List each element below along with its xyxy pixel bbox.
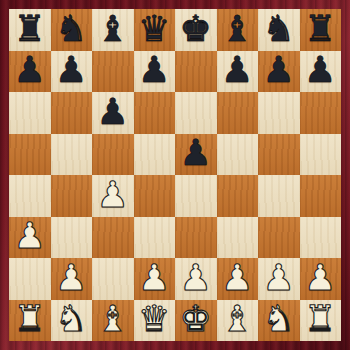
square-e4[interactable] bbox=[175, 175, 217, 217]
square-b5[interactable] bbox=[51, 134, 93, 176]
square-f1[interactable]: ♝ bbox=[217, 300, 259, 342]
piece-white-king: ♚ bbox=[180, 301, 212, 337]
square-e7[interactable] bbox=[175, 51, 217, 93]
square-f2[interactable]: ♟ bbox=[217, 258, 259, 300]
square-c7[interactable] bbox=[92, 51, 134, 93]
square-h1[interactable]: ♜ bbox=[300, 300, 342, 342]
square-a4[interactable] bbox=[9, 175, 51, 217]
piece-white-bishop: ♝ bbox=[221, 301, 253, 337]
square-h4[interactable] bbox=[300, 175, 342, 217]
square-a5[interactable] bbox=[9, 134, 51, 176]
piece-white-pawn: ♟ bbox=[55, 260, 87, 296]
piece-white-pawn: ♟ bbox=[14, 218, 46, 254]
square-d3[interactable] bbox=[134, 217, 176, 259]
square-f6[interactable] bbox=[217, 92, 259, 134]
piece-black-knight: ♞ bbox=[263, 11, 295, 47]
square-b8[interactable]: ♞ bbox=[51, 9, 93, 51]
square-g4[interactable] bbox=[258, 175, 300, 217]
piece-black-pawn: ♟ bbox=[138, 52, 170, 88]
piece-black-rook: ♜ bbox=[304, 11, 336, 47]
square-e3[interactable] bbox=[175, 217, 217, 259]
square-b3[interactable] bbox=[51, 217, 93, 259]
square-h5[interactable] bbox=[300, 134, 342, 176]
square-h7[interactable]: ♟ bbox=[300, 51, 342, 93]
piece-white-queen: ♛ bbox=[138, 301, 170, 337]
square-d5[interactable] bbox=[134, 134, 176, 176]
piece-white-pawn: ♟ bbox=[304, 260, 336, 296]
piece-black-pawn: ♟ bbox=[180, 135, 212, 171]
piece-white-knight: ♞ bbox=[55, 301, 87, 337]
piece-black-pawn: ♟ bbox=[221, 52, 253, 88]
square-f3[interactable] bbox=[217, 217, 259, 259]
square-c2[interactable] bbox=[92, 258, 134, 300]
square-c1[interactable]: ♝ bbox=[92, 300, 134, 342]
piece-black-bishop: ♝ bbox=[97, 11, 129, 47]
piece-black-pawn: ♟ bbox=[263, 52, 295, 88]
square-g5[interactable] bbox=[258, 134, 300, 176]
piece-black-knight: ♞ bbox=[55, 11, 87, 47]
piece-white-pawn: ♟ bbox=[263, 260, 295, 296]
square-c5[interactable] bbox=[92, 134, 134, 176]
square-a3[interactable]: ♟ bbox=[9, 217, 51, 259]
square-e6[interactable] bbox=[175, 92, 217, 134]
square-e5[interactable]: ♟ bbox=[175, 134, 217, 176]
square-d8[interactable]: ♛ bbox=[134, 9, 176, 51]
square-b2[interactable]: ♟ bbox=[51, 258, 93, 300]
square-a2[interactable] bbox=[9, 258, 51, 300]
square-c8[interactable]: ♝ bbox=[92, 9, 134, 51]
piece-black-king: ♚ bbox=[180, 11, 212, 47]
piece-black-pawn: ♟ bbox=[14, 52, 46, 88]
square-c3[interactable] bbox=[92, 217, 134, 259]
piece-black-pawn: ♟ bbox=[55, 52, 87, 88]
square-h3[interactable] bbox=[300, 217, 342, 259]
piece-black-bishop: ♝ bbox=[221, 11, 253, 47]
square-e8[interactable]: ♚ bbox=[175, 9, 217, 51]
square-h2[interactable]: ♟ bbox=[300, 258, 342, 300]
square-f7[interactable]: ♟ bbox=[217, 51, 259, 93]
square-a7[interactable]: ♟ bbox=[9, 51, 51, 93]
piece-white-pawn: ♟ bbox=[97, 177, 129, 213]
square-d4[interactable] bbox=[134, 175, 176, 217]
square-g1[interactable]: ♞ bbox=[258, 300, 300, 342]
square-a1[interactable]: ♜ bbox=[9, 300, 51, 342]
chess-board: ♜♞♝♛♚♝♞♜♟♟♟♟♟♟♟♟♟♟♟♟♟♟♟♟♜♞♝♛♚♝♞♜ bbox=[0, 0, 350, 350]
piece-white-pawn: ♟ bbox=[138, 260, 170, 296]
piece-black-rook: ♜ bbox=[14, 11, 46, 47]
square-g8[interactable]: ♞ bbox=[258, 9, 300, 51]
square-d2[interactable]: ♟ bbox=[134, 258, 176, 300]
square-e1[interactable]: ♚ bbox=[175, 300, 217, 342]
piece-black-pawn: ♟ bbox=[97, 94, 129, 130]
square-d6[interactable] bbox=[134, 92, 176, 134]
piece-black-queen: ♛ bbox=[138, 11, 170, 47]
square-c6[interactable]: ♟ bbox=[92, 92, 134, 134]
square-e2[interactable]: ♟ bbox=[175, 258, 217, 300]
piece-black-pawn: ♟ bbox=[304, 52, 336, 88]
square-h6[interactable] bbox=[300, 92, 342, 134]
square-g6[interactable] bbox=[258, 92, 300, 134]
square-c4[interactable]: ♟ bbox=[92, 175, 134, 217]
square-b4[interactable] bbox=[51, 175, 93, 217]
square-f8[interactable]: ♝ bbox=[217, 9, 259, 51]
piece-white-rook: ♜ bbox=[304, 301, 336, 337]
square-g3[interactable] bbox=[258, 217, 300, 259]
piece-white-pawn: ♟ bbox=[221, 260, 253, 296]
square-a8[interactable]: ♜ bbox=[9, 9, 51, 51]
square-f5[interactable] bbox=[217, 134, 259, 176]
chess-board-grid: ♜♞♝♛♚♝♞♜♟♟♟♟♟♟♟♟♟♟♟♟♟♟♟♟♜♞♝♛♚♝♞♜ bbox=[9, 9, 341, 341]
square-g2[interactable]: ♟ bbox=[258, 258, 300, 300]
square-d1[interactable]: ♛ bbox=[134, 300, 176, 342]
piece-white-bishop: ♝ bbox=[97, 301, 129, 337]
piece-white-rook: ♜ bbox=[14, 301, 46, 337]
square-d7[interactable]: ♟ bbox=[134, 51, 176, 93]
square-b1[interactable]: ♞ bbox=[51, 300, 93, 342]
square-b7[interactable]: ♟ bbox=[51, 51, 93, 93]
square-b6[interactable] bbox=[51, 92, 93, 134]
piece-white-pawn: ♟ bbox=[180, 260, 212, 296]
square-a6[interactable] bbox=[9, 92, 51, 134]
square-h8[interactable]: ♜ bbox=[300, 9, 342, 51]
square-g7[interactable]: ♟ bbox=[258, 51, 300, 93]
piece-white-knight: ♞ bbox=[263, 301, 295, 337]
square-f4[interactable] bbox=[217, 175, 259, 217]
